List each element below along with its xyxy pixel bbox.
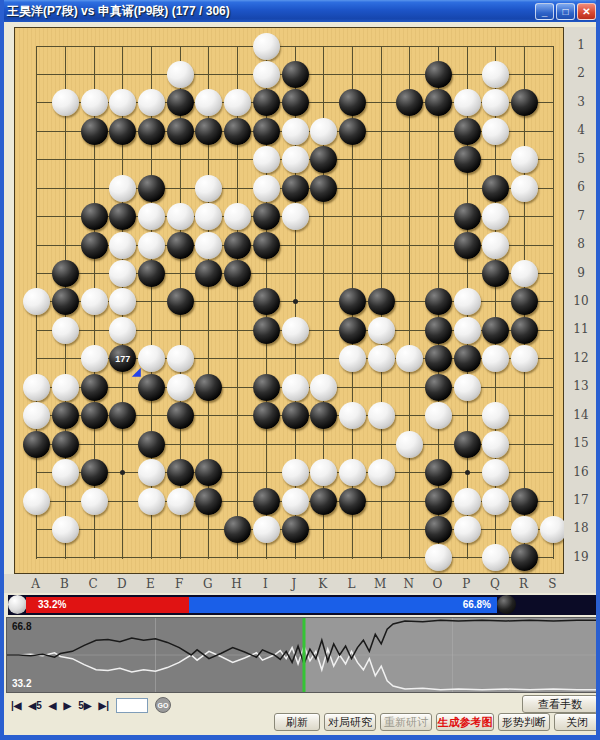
column-label: M [374, 577, 386, 591]
black-stone [310, 402, 337, 429]
black-stone [138, 175, 165, 202]
black-stone [109, 402, 136, 429]
white-stone [109, 260, 136, 287]
black-stone [282, 516, 309, 543]
star-point [465, 470, 470, 475]
white-stone [454, 317, 481, 344]
black-stone [310, 488, 337, 515]
app-window: 王昊洋(P7段) vs 申真谞(P9段) (177 / 306) _ □ ✕ 1… [0, 0, 600, 740]
row-label: 13 [573, 379, 588, 393]
white-stone [310, 374, 337, 401]
white-stone [109, 317, 136, 344]
title-bar[interactable]: 王昊洋(P7段) vs 申真谞(P9段) (177 / 306) _ □ ✕ [0, 0, 600, 22]
black-stone [81, 402, 108, 429]
black-stone [167, 402, 194, 429]
white-stone [195, 232, 222, 259]
black-stone [511, 288, 538, 315]
black-stone [109, 203, 136, 230]
black-stone [339, 288, 366, 315]
black-stone [454, 345, 481, 372]
action-button-4[interactable]: 生成参考图 [436, 713, 494, 731]
column-label: N [404, 577, 415, 591]
black-stone [253, 374, 280, 401]
black-stone [195, 260, 222, 287]
white-stone [482, 61, 509, 88]
white-stone [454, 288, 481, 315]
white-stone [52, 459, 79, 486]
white-stone [81, 288, 108, 315]
white-stone [81, 488, 108, 515]
black-stone [511, 89, 538, 116]
black-stone [282, 402, 309, 429]
black-stone [454, 146, 481, 173]
white-stone [482, 488, 509, 515]
column-label: L [347, 577, 355, 591]
white-stone [368, 345, 395, 372]
white-stone [282, 146, 309, 173]
white-stone [195, 89, 222, 116]
white-stone [52, 374, 79, 401]
black-stone [81, 232, 108, 259]
row-label: 19 [573, 550, 588, 564]
white-stone [368, 402, 395, 429]
white-stone [138, 459, 165, 486]
white-stone-icon [8, 595, 27, 614]
black-stone [282, 61, 309, 88]
black-stone [167, 118, 194, 145]
black-stone [138, 260, 165, 287]
white-stone [482, 402, 509, 429]
row-label: 6 [577, 180, 585, 194]
black-stone [52, 288, 79, 315]
white-stone [109, 288, 136, 315]
action-button-5[interactable]: 形势判断 [498, 713, 550, 731]
white-stone [482, 345, 509, 372]
black-stone [339, 89, 366, 116]
white-stone [253, 146, 280, 173]
row-label: 8 [577, 237, 585, 251]
white-stone [138, 232, 165, 259]
graph-white-value: 33.2 [12, 678, 31, 689]
white-stone [138, 203, 165, 230]
column-label: E [146, 577, 155, 591]
white-stone [368, 317, 395, 344]
white-stone [482, 232, 509, 259]
black-stone [81, 118, 108, 145]
black-stone [425, 374, 452, 401]
white-stone [368, 459, 395, 486]
black-stone [224, 118, 251, 145]
white-stone [482, 459, 509, 486]
black-stone [482, 317, 509, 344]
action-button-3[interactable]: 重新研讨 [380, 713, 432, 731]
last-move-stone: 177 [109, 345, 136, 372]
white-stone [396, 345, 423, 372]
grid-line [36, 557, 554, 558]
action-button-1[interactable]: 刷新 [274, 713, 320, 731]
black-stone [195, 118, 222, 145]
black-stone [167, 288, 194, 315]
row-label: 11 [573, 322, 588, 336]
white-stone [454, 89, 481, 116]
white-stone [81, 345, 108, 372]
white-stone [282, 118, 309, 145]
black-stone [482, 175, 509, 202]
black-stone [138, 431, 165, 458]
nav-button[interactable]: ◀5 [29, 700, 42, 711]
winrate-bar: 33.2% 66.8% [8, 595, 600, 615]
black-stone [454, 232, 481, 259]
black-stone [339, 118, 366, 145]
white-stone [425, 402, 452, 429]
white-stone [52, 89, 79, 116]
white-stone [482, 118, 509, 145]
black-stone [310, 146, 337, 173]
column-label: R [519, 577, 528, 591]
white-stone [454, 374, 481, 401]
black-stone-icon [497, 595, 516, 614]
nav-button[interactable]: |◀ [11, 700, 22, 711]
white-stone [339, 459, 366, 486]
star-point [293, 299, 298, 304]
black-stone [454, 118, 481, 145]
black-stone [310, 175, 337, 202]
row-label: 17 [573, 493, 588, 507]
black-stone [52, 431, 79, 458]
black-stone [253, 317, 280, 344]
row-label: 18 [573, 521, 588, 535]
column-label: J [292, 577, 297, 591]
row-label: 4 [577, 123, 585, 137]
white-stone [540, 516, 567, 543]
black-stone [253, 288, 280, 315]
row-label: 9 [577, 266, 585, 280]
black-stone [224, 516, 251, 543]
column-labels: ABCDEFGHIJKLMNOPQRS [4, 574, 600, 593]
last-move-marker-icon [132, 368, 141, 377]
column-label: G [203, 577, 213, 591]
white-stone [52, 317, 79, 344]
black-stone [109, 118, 136, 145]
column-label: Q [490, 577, 500, 591]
black-stone [396, 89, 423, 116]
white-stone [195, 175, 222, 202]
black-stone [511, 488, 538, 515]
black-stone [52, 402, 79, 429]
black-stone [511, 544, 538, 571]
black-stone [339, 488, 366, 515]
white-stone [454, 488, 481, 515]
white-stone [109, 232, 136, 259]
row-label: 10 [573, 294, 588, 308]
column-label: K [318, 577, 327, 591]
action-button-6[interactable]: 关闭 [554, 713, 600, 731]
grid-line [553, 46, 554, 559]
white-stone [310, 459, 337, 486]
black-stone [167, 459, 194, 486]
grid-line [36, 46, 554, 47]
column-label: P [462, 577, 470, 591]
column-label: H [231, 577, 241, 591]
white-stone [511, 146, 538, 173]
black-stone [253, 89, 280, 116]
column-label: O [433, 577, 443, 591]
white-stone [224, 203, 251, 230]
black-stone [425, 516, 452, 543]
white-stone [167, 203, 194, 230]
go-button[interactable]: GO [155, 697, 171, 713]
black-stone [339, 317, 366, 344]
black-stone [282, 175, 309, 202]
grid-line [409, 46, 410, 559]
column-label: A [31, 577, 40, 591]
white-stone [396, 431, 423, 458]
white-stone [511, 516, 538, 543]
row-label: 5 [577, 152, 585, 166]
black-stone [138, 374, 165, 401]
black-stone [482, 260, 509, 287]
row-label: 2 [577, 66, 585, 80]
black-stone [195, 374, 222, 401]
black-stone [253, 203, 280, 230]
graph-black-value: 66.8 [12, 621, 31, 632]
nav-button[interactable]: ▶| [98, 700, 109, 711]
row-label: 3 [577, 95, 585, 109]
white-stone [109, 175, 136, 202]
white-stone [511, 175, 538, 202]
white-stone [339, 345, 366, 372]
white-stone [482, 89, 509, 116]
star-point [120, 470, 125, 475]
black-stone [167, 232, 194, 259]
white-stone [511, 345, 538, 372]
move-navigation: |◀◀5◀▶5▶▶|GO [11, 697, 171, 713]
row-labels: 12345678910111213141516171819 [564, 27, 600, 574]
black-stone [425, 89, 452, 116]
column-label: B [60, 577, 69, 591]
white-stone [224, 89, 251, 116]
white-stone [195, 203, 222, 230]
white-stone [167, 488, 194, 515]
white-stone [167, 345, 194, 372]
row-label: 1 [577, 38, 585, 52]
black-stone [425, 61, 452, 88]
move-number-input[interactable] [116, 698, 148, 713]
black-stone [81, 459, 108, 486]
black-stone [195, 459, 222, 486]
white-stone [167, 61, 194, 88]
black-stone [224, 260, 251, 287]
black-stone [425, 288, 452, 315]
black-stone [282, 89, 309, 116]
white-stone [339, 402, 366, 429]
column-label: C [89, 577, 98, 591]
white-stone [482, 544, 509, 571]
maximize-button[interactable]: □ [556, 3, 575, 20]
white-stone [138, 345, 165, 372]
white-stone [282, 203, 309, 230]
black-stone [81, 374, 108, 401]
black-stone [224, 232, 251, 259]
row-label: 15 [573, 436, 588, 450]
black-stone [425, 317, 452, 344]
white-stone [511, 260, 538, 287]
minimize-button[interactable]: _ [535, 3, 554, 20]
white-stone [138, 488, 165, 515]
nav-button[interactable]: 5▶ [78, 700, 91, 711]
close-button[interactable]: ✕ [577, 3, 596, 20]
row-label: 16 [573, 465, 588, 479]
black-stone [195, 488, 222, 515]
black-stone [368, 288, 395, 315]
nav-button[interactable]: ◀ [49, 700, 57, 711]
white-stone [282, 459, 309, 486]
black-winrate-segment: 66.8% [189, 597, 497, 613]
action-button-2[interactable]: 对局研究 [324, 713, 376, 731]
white-stone [282, 317, 309, 344]
column-label: F [175, 577, 183, 591]
white-winrate-segment: 33.2% [26, 597, 189, 613]
black-stone [511, 317, 538, 344]
black-stone [253, 402, 280, 429]
white-stone [81, 89, 108, 116]
control-panel: |◀◀5◀▶5▶▶|GO 查看手数 刷新对局研究重新研讨生成参考图形势判断关闭 [8, 694, 600, 735]
white-stone [482, 203, 509, 230]
black-stone [454, 431, 481, 458]
black-stone [253, 118, 280, 145]
white-stone [253, 33, 280, 60]
white-stone [23, 488, 50, 515]
black-stone [138, 118, 165, 145]
white-stone [23, 402, 50, 429]
column-label: I [263, 577, 268, 591]
white-stone [23, 288, 50, 315]
row-label: 12 [573, 351, 588, 365]
row-label: 7 [577, 209, 585, 223]
white-stone [454, 516, 481, 543]
white-stone [253, 61, 280, 88]
white-stone [425, 544, 452, 571]
window-title: 王昊洋(P7段) vs 申真谞(P9段) (177 / 306) [7, 3, 535, 20]
black-stone [454, 203, 481, 230]
black-stone [425, 459, 452, 486]
view-moves-button[interactable]: 查看手数 [522, 695, 598, 713]
white-stone [52, 516, 79, 543]
white-stone [310, 118, 337, 145]
white-stone [253, 175, 280, 202]
go-board[interactable]: 177 [14, 27, 564, 574]
nav-button[interactable]: ▶ [63, 700, 71, 711]
black-winrate-value: 66.8% [463, 598, 491, 612]
black-stone [425, 345, 452, 372]
black-stone [425, 488, 452, 515]
black-stone [81, 203, 108, 230]
white-stone [23, 374, 50, 401]
black-stone [167, 89, 194, 116]
column-label: S [548, 577, 556, 591]
black-stone [52, 260, 79, 287]
winrate-graph[interactable]: 66.8 33.2 [6, 617, 600, 693]
white-stone [167, 374, 194, 401]
white-stone [253, 516, 280, 543]
white-stone [138, 89, 165, 116]
white-winrate-value: 33.2% [38, 598, 66, 612]
black-stone [23, 431, 50, 458]
column-label: D [117, 577, 127, 591]
white-stone [282, 488, 309, 515]
black-stone [253, 488, 280, 515]
black-stone [253, 232, 280, 259]
row-label: 14 [573, 408, 588, 422]
white-stone [282, 374, 309, 401]
white-stone [482, 431, 509, 458]
white-stone [109, 89, 136, 116]
